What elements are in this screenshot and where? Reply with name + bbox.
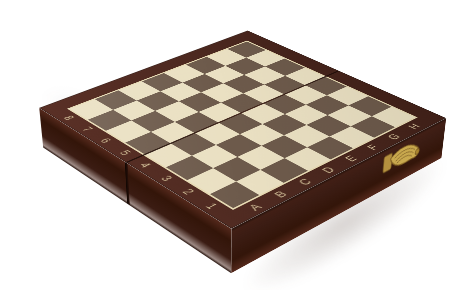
piece-glyph: ♜ (218, 143, 251, 196)
photo-stage: 87654321 ABCDEFGH ♜♞♝♛♚♝♞♜♟♟♟♟♟♟♟♟♟♟♟♟♟♟… (0, 0, 450, 290)
fold-seam-side (125, 162, 130, 206)
piece-glyph: ♟ (97, 82, 121, 122)
scene: 87654321 ABCDEFGH ♜♞♝♛♚♝♞♜♟♟♟♟♟♟♟♟♟♟♟♟♟♟… (0, 0, 450, 290)
chess-board-box: 87654321 ABCDEFGH ♜♞♝♛♚♝♞♜♟♟♟♟♟♟♟♟♟♟♟♟♟♟… (39, 31, 446, 229)
